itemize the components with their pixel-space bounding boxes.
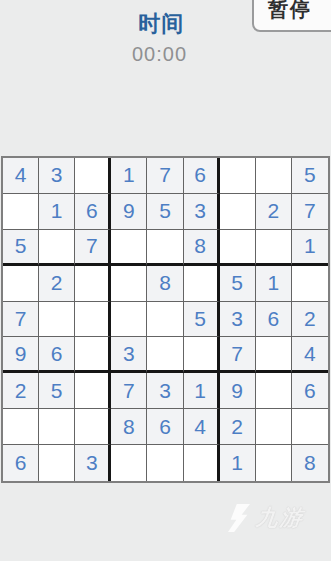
cell-r4c9[interactable] — [292, 266, 328, 302]
cell-r7c7[interactable]: 9 — [220, 373, 256, 409]
cell-r5c5[interactable] — [147, 302, 183, 338]
cell-r9c4[interactable] — [111, 445, 147, 481]
cell-r7c6[interactable]: 1 — [184, 373, 220, 409]
watermark-text: 九游 — [254, 503, 305, 533]
cell-r5c7[interactable]: 3 — [220, 302, 256, 338]
cell-r2c1[interactable] — [3, 194, 39, 230]
cell-r1c4[interactable]: 1 — [111, 158, 147, 194]
cell-r1c8[interactable] — [256, 158, 292, 194]
cell-r2c6[interactable]: 3 — [184, 194, 220, 230]
cell-r6c2[interactable]: 6 — [39, 337, 75, 373]
cell-r1c9[interactable]: 5 — [292, 158, 328, 194]
cell-r4c6[interactable] — [184, 266, 220, 302]
cell-r9c1[interactable]: 6 — [3, 445, 39, 481]
cell-r8c1[interactable] — [3, 409, 39, 445]
pause-button[interactable]: 暂停 — [252, 0, 331, 32]
cell-r9c3[interactable]: 3 — [75, 445, 111, 481]
cell-r3c3[interactable]: 7 — [75, 230, 111, 266]
cell-r6c7[interactable]: 7 — [220, 337, 256, 373]
cell-r8c5[interactable]: 6 — [147, 409, 183, 445]
cell-r1c2[interactable]: 3 — [39, 158, 75, 194]
cell-r1c3[interactable] — [75, 158, 111, 194]
cell-r9c5[interactable] — [147, 445, 183, 481]
cell-r7c8[interactable] — [256, 373, 292, 409]
cell-r2c2[interactable]: 1 — [39, 194, 75, 230]
cell-r8c9[interactable] — [292, 409, 328, 445]
pause-button-label: 暂停 — [268, 0, 312, 23]
cell-r8c4[interactable]: 8 — [111, 409, 147, 445]
cell-r2c3[interactable]: 6 — [75, 194, 111, 230]
cell-r8c2[interactable] — [39, 409, 75, 445]
cell-r4c1[interactable] — [3, 266, 39, 302]
cell-r2c8[interactable]: 2 — [256, 194, 292, 230]
cell-r8c8[interactable] — [256, 409, 292, 445]
cell-r1c7[interactable] — [220, 158, 256, 194]
cell-r4c5[interactable]: 8 — [147, 266, 183, 302]
cell-r3c9[interactable]: 1 — [292, 230, 328, 266]
cell-r9c7[interactable]: 1 — [220, 445, 256, 481]
cell-r5c6[interactable]: 5 — [184, 302, 220, 338]
cell-r5c4[interactable] — [111, 302, 147, 338]
timer-value: 00:00 — [0, 43, 325, 66]
cell-r6c1[interactable]: 9 — [3, 337, 39, 373]
cell-r6c6[interactable] — [184, 337, 220, 373]
cell-r6c3[interactable] — [75, 337, 111, 373]
cell-r3c8[interactable] — [256, 230, 292, 266]
cell-r3c7[interactable] — [220, 230, 256, 266]
cell-r4c7[interactable]: 5 — [220, 266, 256, 302]
cell-r7c3[interactable] — [75, 373, 111, 409]
cell-r1c1[interactable]: 4 — [3, 158, 39, 194]
cell-r2c7[interactable] — [220, 194, 256, 230]
cell-r4c8[interactable]: 1 — [256, 266, 292, 302]
cell-r4c2[interactable]: 2 — [39, 266, 75, 302]
cell-r4c3[interactable] — [75, 266, 111, 302]
cell-r3c1[interactable]: 5 — [3, 230, 39, 266]
cell-r8c7[interactable]: 2 — [220, 409, 256, 445]
cell-r3c5[interactable] — [147, 230, 183, 266]
cell-r6c8[interactable] — [256, 337, 292, 373]
cell-r9c9[interactable]: 8 — [292, 445, 328, 481]
cell-r9c6[interactable] — [184, 445, 220, 481]
cell-r7c1[interactable]: 2 — [3, 373, 39, 409]
cell-r3c4[interactable] — [111, 230, 147, 266]
cell-r2c5[interactable]: 5 — [147, 194, 183, 230]
sudoku-app-screen: 时间 00:00 暂停 4317651695327578128517536296… — [0, 0, 331, 561]
cell-r8c6[interactable]: 4 — [184, 409, 220, 445]
cell-r6c5[interactable] — [147, 337, 183, 373]
jiuyou-logo-icon — [228, 504, 250, 532]
cell-r5c1[interactable]: 7 — [3, 302, 39, 338]
cell-r1c5[interactable]: 7 — [147, 158, 183, 194]
cell-r6c9[interactable]: 4 — [292, 337, 328, 373]
cell-r7c2[interactable]: 5 — [39, 373, 75, 409]
cell-r5c8[interactable]: 6 — [256, 302, 292, 338]
cell-r3c6[interactable]: 8 — [184, 230, 220, 266]
cell-r7c4[interactable]: 7 — [111, 373, 147, 409]
cell-r1c6[interactable]: 6 — [184, 158, 220, 194]
cell-r2c4[interactable]: 9 — [111, 194, 147, 230]
cell-r4c4[interactable] — [111, 266, 147, 302]
cell-r5c2[interactable] — [39, 302, 75, 338]
watermark: 九游 — [228, 503, 304, 533]
sudoku-board: 4317651695327578128517536296374257319686… — [1, 156, 330, 483]
cell-r7c5[interactable]: 3 — [147, 373, 183, 409]
cell-r9c2[interactable] — [39, 445, 75, 481]
cell-r7c9[interactable]: 6 — [292, 373, 328, 409]
cell-r5c3[interactable] — [75, 302, 111, 338]
cell-r5c9[interactable]: 2 — [292, 302, 328, 338]
cell-r8c3[interactable] — [75, 409, 111, 445]
cell-r9c8[interactable] — [256, 445, 292, 481]
cell-r6c4[interactable]: 3 — [111, 337, 147, 373]
cell-r3c2[interactable] — [39, 230, 75, 266]
cell-r2c9[interactable]: 7 — [292, 194, 328, 230]
